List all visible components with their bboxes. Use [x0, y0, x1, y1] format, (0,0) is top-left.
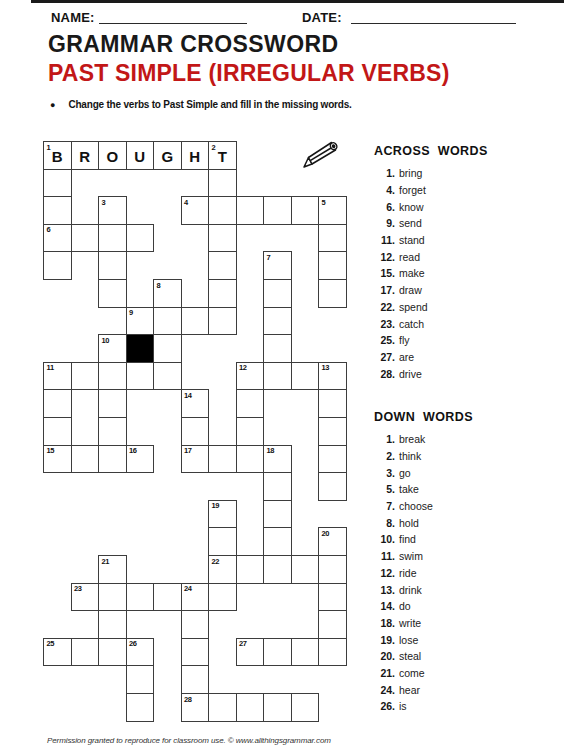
grid-cell[interactable]: [208, 251, 237, 280]
instruction-row: ● Change the verbs to Past Simple and fi…: [50, 99, 352, 110]
clue-number: 1.: [374, 433, 395, 445]
clue-word: ride: [399, 567, 417, 579]
across-words-panel: ACROSS WORDS 1.bring4.forget6.know9.send…: [374, 144, 559, 382]
crossword-grid: 1BROUGH2T3456789101112131415161718192021…: [43, 141, 346, 721]
grid-cell[interactable]: [126, 665, 155, 694]
clue-word: do: [399, 600, 411, 612]
grid-cell[interactable]: [98, 224, 127, 253]
down-clue: 26.is: [374, 698, 559, 715]
instruction-text: Change the verbs to Past Simple and fill…: [68, 99, 351, 110]
down-clue: 14.do: [374, 598, 559, 615]
cell-number: 17: [184, 446, 192, 455]
clue-word: go: [399, 467, 411, 479]
clue-word: find: [399, 533, 416, 545]
page-title: GRAMMAR CROSSWORD: [48, 31, 338, 58]
grid-cell[interactable]: 1B: [43, 141, 72, 170]
across-clue: 27.are: [374, 349, 559, 366]
clue-number: 26.: [374, 700, 395, 712]
date-label: DATE:: [302, 10, 342, 25]
down-clue: 18.write: [374, 615, 559, 632]
grid-cell[interactable]: [181, 665, 210, 694]
clue-number: 7.: [374, 500, 395, 512]
bullet-icon: ●: [50, 100, 55, 110]
grid-cell[interactable]: [291, 555, 320, 584]
grid-cell[interactable]: [318, 583, 347, 612]
down-clue: 8.hold: [374, 514, 559, 531]
cell-number: 19: [212, 501, 220, 510]
across-clue: 25.fly: [374, 332, 559, 349]
cell-number: 2: [212, 143, 216, 152]
grid-cell[interactable]: [98, 610, 127, 639]
grid-cell[interactable]: [263, 472, 292, 501]
grid-cell[interactable]: [98, 279, 127, 308]
footer-note: Permission granted to reproduce for clas…: [47, 736, 331, 745]
cell-letter: T: [218, 145, 227, 165]
grid-cell[interactable]: [318, 224, 347, 253]
grid-cell[interactable]: [208, 307, 237, 336]
grid-cell[interactable]: [126, 362, 155, 391]
grid-cell[interactable]: [43, 196, 72, 225]
cell-number: 14: [184, 391, 192, 400]
down-words-list: 1.break2.think3.go5.take7.choose8.hold10…: [374, 431, 559, 715]
cell-number: 26: [129, 639, 137, 648]
grid-cell[interactable]: [181, 638, 210, 667]
clue-number: 19.: [374, 634, 395, 646]
grid-cell[interactable]: G: [153, 141, 182, 170]
grid-cell[interactable]: [98, 362, 127, 391]
down-clue: 11.swim: [374, 548, 559, 565]
cell-letter: G: [161, 145, 173, 165]
grid-cell[interactable]: [263, 279, 292, 308]
clue-number: 11.: [374, 550, 395, 562]
clue-number: 14.: [374, 600, 395, 612]
clue-word: steal: [399, 650, 421, 662]
grid-cell[interactable]: [43, 389, 72, 418]
grid-cell[interactable]: 19: [208, 500, 237, 529]
grid-cell[interactable]: [291, 362, 320, 391]
grid-cell[interactable]: 12: [236, 362, 265, 391]
clue-word: forget: [399, 184, 426, 196]
grid-cell[interactable]: 10: [98, 334, 127, 363]
clue-number: 20.: [374, 650, 395, 662]
cell-number: 23: [74, 584, 82, 593]
grid-cell[interactable]: [318, 445, 347, 474]
grid-cell[interactable]: [318, 279, 347, 308]
grid-cell[interactable]: [208, 693, 237, 722]
grid-cell[interactable]: [153, 362, 182, 391]
grid-cell[interactable]: [291, 693, 320, 722]
clue-word: is: [399, 700, 407, 712]
grid-cell[interactable]: 22: [208, 555, 237, 584]
cell-letter: R: [79, 145, 90, 165]
grid-cell[interactable]: 26: [126, 638, 155, 667]
cell-number: 28: [184, 695, 192, 704]
clue-number: 11.: [374, 234, 395, 246]
clue-word: are: [399, 351, 414, 363]
grid-cell[interactable]: [263, 500, 292, 529]
down-clue: 7.choose: [374, 498, 559, 515]
down-clue: 5.take: [374, 481, 559, 498]
grid-cell[interactable]: [291, 196, 320, 225]
down-clue: 3.go: [374, 464, 559, 481]
grid-cell[interactable]: [318, 638, 347, 667]
clue-word: take: [399, 483, 419, 495]
grid-cell[interactable]: [208, 224, 237, 253]
grid-cell[interactable]: [236, 555, 265, 584]
grid-cell[interactable]: [98, 417, 127, 446]
down-clue: 19.lose: [374, 631, 559, 648]
clue-word: fly: [399, 334, 410, 346]
grid-cell[interactable]: [236, 445, 265, 474]
grid-cell[interactable]: [263, 527, 292, 556]
across-clue: 1.bring: [374, 165, 559, 182]
clue-word: make: [399, 267, 425, 279]
grid-cell[interactable]: 23: [71, 583, 100, 612]
grid-cell[interactable]: [208, 583, 237, 612]
cell-number: 5: [322, 198, 326, 207]
across-clue: 17.draw: [374, 282, 559, 299]
grid-cell[interactable]: 11: [43, 362, 72, 391]
down-clue: 10.find: [374, 531, 559, 548]
cell-letter: H: [189, 145, 200, 165]
grid-cell[interactable]: [318, 389, 347, 418]
cell-number: 27: [239, 639, 247, 648]
grid-cell[interactable]: [318, 251, 347, 280]
grid-cell[interactable]: [263, 334, 292, 363]
cell-number: 8: [157, 281, 161, 290]
grid-cell[interactable]: [263, 362, 292, 391]
grid-cell[interactable]: 2T: [208, 141, 237, 170]
grid-cell[interactable]: H: [181, 141, 210, 170]
cell-letter: O: [106, 145, 118, 165]
cell-number: 11: [47, 363, 54, 372]
down-clue: 2.think: [374, 448, 559, 465]
grid-cell[interactable]: 3: [98, 196, 127, 225]
cell-number: 16: [129, 446, 137, 455]
clue-number: 18.: [374, 617, 395, 629]
grid-cell[interactable]: 9: [126, 307, 155, 336]
grid-cell[interactable]: 18: [263, 445, 292, 474]
across-clue: 4.forget: [374, 182, 559, 199]
grid-cell[interactable]: [208, 196, 237, 225]
date-blank-line: [351, 7, 516, 24]
cell-number: 3: [102, 198, 106, 207]
grid-cell[interactable]: [263, 555, 292, 584]
clue-number: 10.: [374, 533, 395, 545]
grid-cell[interactable]: R: [71, 141, 100, 170]
cell-number: 21: [102, 557, 110, 566]
cell-number: 18: [267, 446, 275, 455]
clue-word: come: [399, 667, 425, 679]
clue-number: 24.: [374, 684, 395, 696]
across-clue: 22.spend: [374, 299, 559, 316]
down-words-panel: DOWN WORDS 1.break2.think3.go5.take7.cho…: [374, 410, 559, 715]
grid-cell[interactable]: [153, 583, 182, 612]
grid-cell[interactable]: [71, 445, 100, 474]
clue-word: break: [399, 433, 425, 445]
clue-word: know: [399, 201, 424, 213]
grid-cell[interactable]: [126, 224, 155, 253]
grid-cell[interactable]: 7: [263, 251, 292, 280]
across-clue: 28.drive: [374, 365, 559, 382]
grid-cell[interactable]: [208, 527, 237, 556]
grid-cell[interactable]: [263, 196, 292, 225]
clue-number: 12.: [374, 251, 395, 263]
clue-word: read: [399, 251, 420, 263]
grid-cell[interactable]: 17: [181, 445, 210, 474]
grid-cell[interactable]: 8: [153, 279, 182, 308]
clue-number: 13.: [374, 584, 395, 596]
grid-cell[interactable]: [318, 472, 347, 501]
grid-cell[interactable]: [318, 417, 347, 446]
grid-cell[interactable]: [318, 555, 347, 584]
grid-cell[interactable]: [43, 417, 72, 446]
clue-number: 4.: [374, 184, 395, 196]
cell-letter: U: [134, 145, 145, 165]
grid-cell[interactable]: [318, 610, 347, 639]
page-top-rule: [31, 0, 564, 3]
cell-number: 6: [47, 225, 51, 234]
clue-number: 8.: [374, 517, 395, 529]
clue-word: write: [399, 617, 421, 629]
grid-cell[interactable]: 14: [181, 389, 210, 418]
grid-cell[interactable]: 13: [318, 362, 347, 391]
grid-cell[interactable]: [236, 693, 265, 722]
grid-cell[interactable]: [71, 362, 100, 391]
grid-cell[interactable]: 25: [43, 638, 72, 667]
down-words-header: DOWN WORDS: [374, 410, 559, 424]
across-clue: 6.know: [374, 198, 559, 215]
clue-word: hear: [399, 684, 420, 696]
grid-cell[interactable]: [263, 307, 292, 336]
grid-cell[interactable]: [236, 417, 265, 446]
grid-cell[interactable]: [98, 583, 127, 612]
clue-number: 5.: [374, 483, 395, 495]
grid-cell[interactable]: [43, 251, 72, 280]
clue-number: 6.: [374, 201, 395, 213]
cell-number: 10: [102, 336, 110, 345]
down-clue: 20.steal: [374, 648, 559, 665]
across-clue: 9.send: [374, 215, 559, 232]
down-clue: 12.ride: [374, 565, 559, 582]
grid-cell[interactable]: [263, 693, 292, 722]
grid-cell[interactable]: [98, 445, 127, 474]
grid-cell[interactable]: [71, 638, 100, 667]
clue-word: swim: [399, 550, 423, 562]
cell-number: 15: [47, 446, 55, 455]
grid-cell[interactable]: [153, 307, 182, 336]
grid-cell[interactable]: [236, 196, 265, 225]
name-blank-line: [99, 7, 247, 24]
down-clue: 1.break: [374, 431, 559, 448]
grid-cell[interactable]: [208, 279, 237, 308]
grid-cell[interactable]: 15: [43, 445, 72, 474]
grid-cell[interactable]: 4: [181, 196, 210, 225]
clue-number: 21.: [374, 667, 395, 679]
across-clue: 12.read: [374, 248, 559, 265]
clue-word: spend: [399, 301, 428, 313]
grid-cell[interactable]: [98, 251, 127, 280]
grid-cell[interactable]: [291, 638, 320, 667]
grid-cell[interactable]: 24: [181, 583, 210, 612]
page-subtitle: PAST SIMPLE (IRREGULAR VERBS): [48, 60, 450, 87]
grid-cell[interactable]: 16: [126, 445, 155, 474]
grid-cell[interactable]: [43, 169, 72, 198]
clue-word: stand: [399, 234, 425, 246]
cell-number: 7: [267, 253, 271, 262]
grid-cell[interactable]: [126, 583, 155, 612]
clue-word: bring: [399, 167, 422, 179]
clue-number: 12.: [374, 567, 395, 579]
clue-word: lose: [399, 634, 418, 646]
across-clue: 11.stand: [374, 232, 559, 249]
cell-number: 9: [129, 308, 133, 317]
cell-number: 1: [47, 143, 51, 152]
clue-number: 28.: [374, 368, 395, 380]
grid-cell[interactable]: [98, 389, 127, 418]
clue-number: 23.: [374, 318, 395, 330]
pencil-icon: [299, 135, 347, 173]
clue-word: hold: [399, 517, 419, 529]
grid-cell[interactable]: O: [98, 141, 127, 170]
clue-number: 27.: [374, 351, 395, 363]
grid-cell[interactable]: 28: [181, 693, 210, 722]
grid-cell[interactable]: 21: [98, 555, 127, 584]
grid-cell[interactable]: [263, 638, 292, 667]
across-words-list: 1.bring4.forget6.know9.send11.stand12.re…: [374, 165, 559, 382]
grid-cell[interactable]: [208, 445, 237, 474]
clue-word: drink: [399, 584, 422, 596]
clue-number: 2.: [374, 450, 395, 462]
grid-cell[interactable]: [126, 693, 155, 722]
name-label: NAME:: [51, 10, 95, 25]
grid-cell[interactable]: [181, 307, 210, 336]
clue-word: think: [399, 450, 421, 462]
down-clue: 13.drink: [374, 581, 559, 598]
cell-number: 13: [322, 363, 330, 372]
grid-cell[interactable]: [181, 417, 210, 446]
grid-cell[interactable]: 6: [43, 224, 72, 253]
clue-word: send: [399, 217, 422, 229]
grid-cell[interactable]: 5: [318, 196, 347, 225]
clue-number: 9.: [374, 217, 395, 229]
cell-number: 20: [322, 529, 330, 538]
black-cell: [126, 334, 155, 363]
clue-word: choose: [399, 500, 433, 512]
grid-cell[interactable]: [236, 389, 265, 418]
grid-cell[interactable]: [98, 638, 127, 667]
cell-number: 12: [239, 363, 247, 372]
grid-cell[interactable]: [181, 610, 210, 639]
clue-number: 15.: [374, 267, 395, 279]
grid-cell[interactable]: [71, 224, 100, 253]
clue-word: drive: [399, 368, 422, 380]
across-clue: 23.catch: [374, 315, 559, 332]
cell-number: 22: [212, 557, 220, 566]
grid-cell[interactable]: [208, 169, 237, 198]
cell-number: 24: [184, 584, 192, 593]
clue-word: draw: [399, 284, 422, 296]
clue-number: 3.: [374, 467, 395, 479]
clue-number: 25.: [374, 334, 395, 346]
cell-number: 25: [47, 639, 55, 648]
clue-number: 17.: [374, 284, 395, 296]
cell-number: 4: [184, 198, 188, 207]
cell-letter: B: [52, 145, 63, 165]
grid-cell[interactable]: 20: [318, 527, 347, 556]
down-clue: 21.come: [374, 665, 559, 682]
grid-cell[interactable]: 27: [236, 638, 265, 667]
grid-cell[interactable]: [153, 334, 182, 363]
clue-number: 1.: [374, 167, 395, 179]
across-clue: 15.make: [374, 265, 559, 282]
grid-cell[interactable]: U: [126, 141, 155, 170]
down-clue: 24.hear: [374, 681, 559, 698]
across-words-header: ACROSS WORDS: [374, 144, 559, 158]
clue-number: 22.: [374, 301, 395, 313]
clue-word: catch: [399, 318, 424, 330]
